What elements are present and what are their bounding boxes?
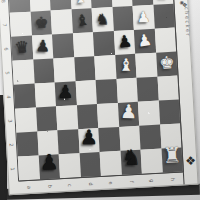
square-e7: [33, 58, 55, 83]
square-g8: [10, 12, 32, 37]
square-e2: [135, 53, 157, 78]
white-rook-piece: ♜: [161, 145, 182, 167]
black-queen-piece: ♛: [11, 38, 33, 56]
white-pawn-piece: ♟: [133, 9, 154, 25]
square-c5: [76, 104, 98, 129]
square-b1: [160, 123, 182, 148]
square-e4: [94, 55, 116, 80]
white-pawn-piece: ♟: [118, 102, 139, 121]
brand-text: checker: [175, 7, 192, 38]
square-d6: ♟: [55, 81, 77, 106]
file-label-a: a: [23, 177, 37, 198]
square-f6: [52, 33, 74, 58]
black-pawn-piece: ♟: [113, 33, 135, 51]
black-pawn-piece: ♟: [38, 152, 59, 173]
board-grid: ♝♜♚♝♞♟♛♟♟♟♝♚♟♟♟♟♞♜: [8, 0, 182, 181]
white-king-piece: ♚: [156, 54, 178, 72]
square-d2: [137, 77, 159, 102]
square-d7: [34, 82, 56, 107]
square-g2: ♟: [133, 5, 155, 30]
file-label-f: f: [125, 171, 139, 192]
square-g5: ♝: [71, 8, 93, 33]
square-e6: [53, 57, 75, 82]
square-g1: [153, 4, 175, 29]
square-c2: [138, 101, 160, 126]
white-pawn-piece: ♟: [133, 31, 156, 50]
black-pawn-piece: ♟: [78, 127, 99, 147]
square-g4: ♞: [92, 7, 114, 32]
square-b7: [37, 130, 59, 155]
file-label-g: g: [145, 170, 159, 191]
square-f3: ♟: [113, 30, 135, 55]
square-b5: ♟: [78, 128, 100, 153]
square-c8: [15, 108, 37, 133]
square-c7: [36, 106, 58, 131]
square-d5: [75, 80, 97, 105]
square-c3: ♟: [117, 102, 139, 127]
black-knight-piece: ♞: [120, 147, 141, 169]
square-e5: [74, 56, 96, 81]
square-f7: ♟: [32, 34, 54, 59]
white-bishop-piece: ♝: [115, 57, 136, 74]
black-pawn-piece: ♟: [55, 83, 76, 101]
black-king-piece: ♚: [30, 15, 52, 31]
square-c1: [158, 100, 180, 125]
square-b3: [119, 126, 141, 151]
square-d4: [96, 79, 118, 104]
file-label-e: e: [105, 172, 119, 193]
square-b2: [139, 125, 161, 150]
square-f2: ♟: [134, 29, 156, 54]
file-label-c: c: [64, 175, 78, 196]
square-f5: [72, 32, 94, 57]
square-g7: ♚: [30, 11, 52, 36]
square-e3: ♝: [115, 54, 137, 79]
square-b8: [16, 131, 38, 156]
white-bishop-piece: ♝: [70, 0, 91, 5]
square-d8: [14, 84, 36, 109]
black-pawn-piece: ♟: [32, 38, 53, 55]
chessboard: 87654321 ♝♜♚♝♞♟♛♟♟♟♝♚♟♟♟♟♞♜ abcdefgh ◉ c…: [0, 0, 199, 195]
file-label-b: b: [43, 176, 57, 197]
black-knight-piece: ♞: [92, 12, 113, 27]
square-f4: [93, 31, 115, 56]
square-b4: [98, 127, 120, 152]
square-b6: [57, 129, 79, 154]
square-e8: [12, 60, 34, 85]
square-g3: [112, 6, 134, 31]
file-label-d: d: [84, 173, 98, 194]
black-bishop-piece: ♝: [71, 12, 93, 30]
square-d1: [157, 76, 179, 101]
square-e1: ♚: [156, 52, 178, 77]
square-d3: [116, 78, 138, 103]
square-f8: ♛: [11, 36, 33, 61]
square-c6: [56, 105, 78, 130]
square-g6: [51, 9, 73, 34]
square-f1: [154, 28, 176, 53]
chessboard-photo: 87654321 ♝♜♚♝♞♟♛♟♟♟♝♚♟♟♟♟♞♜ abcdefgh ◉ c…: [0, 0, 200, 200]
compass-emblem-icon: ❖: [183, 152, 199, 171]
square-c4: [97, 103, 119, 128]
file-label-h: h: [166, 169, 180, 190]
top-corner-mark-icon: ❖: [182, 1, 188, 8]
